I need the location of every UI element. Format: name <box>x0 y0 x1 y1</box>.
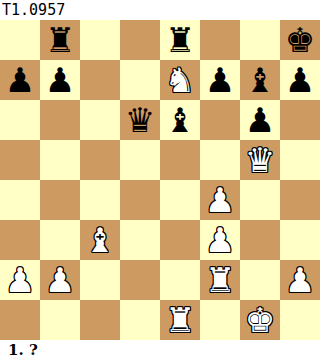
square-g7[interactable]: ♝ <box>240 60 280 100</box>
square-e7[interactable]: ♞ <box>160 60 200 100</box>
chess-puzzle-app: T1.0957 ♜♜♚♟♟♞♟♝♟♛♝♟♛♟♝♟♟♟♜♟♜♚ 1. ? <box>0 0 320 360</box>
square-d2[interactable] <box>120 260 160 300</box>
square-f1[interactable] <box>200 300 240 340</box>
square-f7[interactable]: ♟ <box>200 60 240 100</box>
square-b5[interactable] <box>40 140 80 180</box>
square-b7[interactable]: ♟ <box>40 60 80 100</box>
square-d8[interactable] <box>120 20 160 60</box>
piece-black-bishop[interactable]: ♝ <box>245 60 275 100</box>
square-a4[interactable] <box>0 180 40 220</box>
square-e5[interactable] <box>160 140 200 180</box>
piece-white-rook[interactable]: ♜ <box>205 260 235 300</box>
square-c5[interactable] <box>80 140 120 180</box>
piece-white-pawn[interactable]: ♟ <box>285 260 315 300</box>
square-h6[interactable] <box>280 100 320 140</box>
piece-black-rook[interactable]: ♜ <box>45 20 75 60</box>
square-d6[interactable]: ♛ <box>120 100 160 140</box>
piece-black-bishop[interactable]: ♝ <box>165 100 195 140</box>
square-g2[interactable] <box>240 260 280 300</box>
square-c8[interactable] <box>80 20 120 60</box>
square-g8[interactable] <box>240 20 280 60</box>
piece-black-pawn[interactable]: ♟ <box>205 60 235 100</box>
piece-white-rook[interactable]: ♜ <box>165 300 195 340</box>
square-f5[interactable] <box>200 140 240 180</box>
square-f8[interactable] <box>200 20 240 60</box>
square-h5[interactable] <box>280 140 320 180</box>
square-c4[interactable] <box>80 180 120 220</box>
square-d4[interactable] <box>120 180 160 220</box>
square-h4[interactable] <box>280 180 320 220</box>
square-c6[interactable] <box>80 100 120 140</box>
square-b1[interactable] <box>40 300 80 340</box>
piece-black-rook[interactable]: ♜ <box>165 20 195 60</box>
square-a3[interactable] <box>0 220 40 260</box>
square-a8[interactable] <box>0 20 40 60</box>
piece-white-pawn[interactable]: ♟ <box>205 180 235 220</box>
square-c3[interactable]: ♝ <box>80 220 120 260</box>
piece-black-king[interactable]: ♚ <box>285 20 315 60</box>
square-a1[interactable] <box>0 300 40 340</box>
square-b8[interactable]: ♜ <box>40 20 80 60</box>
square-a7[interactable]: ♟ <box>0 60 40 100</box>
move-prompt: 1. ? <box>0 340 320 360</box>
piece-black-pawn[interactable]: ♟ <box>285 60 315 100</box>
square-d5[interactable] <box>120 140 160 180</box>
piece-white-bishop[interactable]: ♝ <box>85 220 115 260</box>
square-d7[interactable] <box>120 60 160 100</box>
square-e8[interactable]: ♜ <box>160 20 200 60</box>
square-d1[interactable] <box>120 300 160 340</box>
piece-white-pawn[interactable]: ♟ <box>5 260 35 300</box>
square-h1[interactable] <box>280 300 320 340</box>
piece-white-pawn[interactable]: ♟ <box>205 220 235 260</box>
square-f2[interactable]: ♜ <box>200 260 240 300</box>
square-h7[interactable]: ♟ <box>280 60 320 100</box>
square-c1[interactable] <box>80 300 120 340</box>
piece-white-knight[interactable]: ♞ <box>165 60 195 100</box>
square-b6[interactable] <box>40 100 80 140</box>
square-b4[interactable] <box>40 180 80 220</box>
square-a5[interactable] <box>0 140 40 180</box>
square-g4[interactable] <box>240 180 280 220</box>
square-e2[interactable] <box>160 260 200 300</box>
square-c2[interactable] <box>80 260 120 300</box>
square-e6[interactable]: ♝ <box>160 100 200 140</box>
piece-white-king[interactable]: ♚ <box>245 300 275 340</box>
square-h8[interactable]: ♚ <box>280 20 320 60</box>
puzzle-id: T1.0957 <box>0 0 320 20</box>
square-b3[interactable] <box>40 220 80 260</box>
square-h3[interactable] <box>280 220 320 260</box>
square-a2[interactable]: ♟ <box>0 260 40 300</box>
square-d3[interactable] <box>120 220 160 260</box>
square-e4[interactable] <box>160 180 200 220</box>
square-g3[interactable] <box>240 220 280 260</box>
square-g6[interactable]: ♟ <box>240 100 280 140</box>
square-c7[interactable] <box>80 60 120 100</box>
piece-white-queen[interactable]: ♛ <box>245 140 275 180</box>
piece-white-pawn[interactable]: ♟ <box>45 260 75 300</box>
piece-black-pawn[interactable]: ♟ <box>245 100 275 140</box>
square-g1[interactable]: ♚ <box>240 300 280 340</box>
square-b2[interactable]: ♟ <box>40 260 80 300</box>
square-g5[interactable]: ♛ <box>240 140 280 180</box>
square-h2[interactable]: ♟ <box>280 260 320 300</box>
piece-black-pawn[interactable]: ♟ <box>45 60 75 100</box>
square-f4[interactable]: ♟ <box>200 180 240 220</box>
square-f6[interactable] <box>200 100 240 140</box>
piece-black-pawn[interactable]: ♟ <box>5 60 35 100</box>
piece-black-queen[interactable]: ♛ <box>125 100 155 140</box>
square-e3[interactable] <box>160 220 200 260</box>
square-a6[interactable] <box>0 100 40 140</box>
chess-board: ♜♜♚♟♟♞♟♝♟♛♝♟♛♟♝♟♟♟♜♟♜♚ <box>0 20 320 340</box>
square-f3[interactable]: ♟ <box>200 220 240 260</box>
square-e1[interactable]: ♜ <box>160 300 200 340</box>
